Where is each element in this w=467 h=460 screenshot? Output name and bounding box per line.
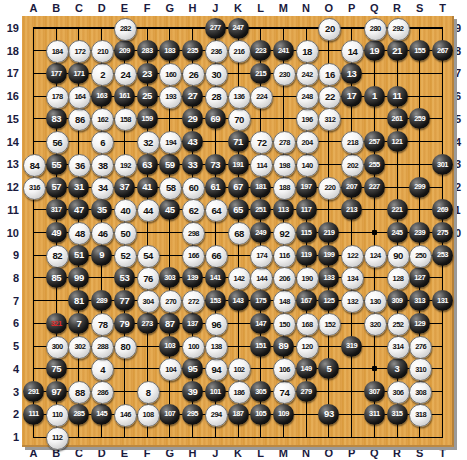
move-number: 109 bbox=[278, 410, 289, 418]
move-number: 300 bbox=[52, 343, 63, 351]
move-number: 291 bbox=[28, 388, 39, 396]
move-number: 215 bbox=[255, 70, 266, 78]
move-number: 134 bbox=[347, 275, 358, 283]
move-number: 177 bbox=[51, 70, 62, 78]
column-label-M: M bbox=[273, 1, 293, 15]
move-number: 162 bbox=[97, 116, 108, 124]
move-number: 132 bbox=[347, 298, 358, 306]
stone-M18: 241 bbox=[273, 40, 294, 61]
stone-R7: 309 bbox=[387, 290, 408, 311]
move-number: 314 bbox=[392, 343, 403, 351]
stone-H2: 295 bbox=[182, 404, 203, 425]
move-number: 245 bbox=[391, 229, 402, 237]
move-number: 298 bbox=[188, 230, 199, 238]
move-number: 133 bbox=[323, 274, 334, 282]
column-label-M: M bbox=[273, 446, 293, 460]
move-number: 273 bbox=[142, 320, 153, 328]
move-number: 261 bbox=[391, 115, 402, 123]
stone-H5: 100 bbox=[182, 336, 205, 359]
move-number: 315 bbox=[391, 410, 402, 418]
move-number: 65 bbox=[233, 205, 243, 215]
move-number: 184 bbox=[52, 48, 63, 56]
move-number: 74 bbox=[280, 388, 290, 398]
stone-J16: 28 bbox=[205, 86, 228, 109]
stone-N4: 149 bbox=[296, 358, 317, 379]
move-number: 209 bbox=[119, 47, 130, 55]
move-number: 218 bbox=[347, 139, 358, 147]
move-number: 115 bbox=[301, 229, 312, 237]
move-number: 7 bbox=[76, 319, 81, 329]
move-number: 160 bbox=[165, 71, 176, 79]
move-number: 95 bbox=[188, 364, 198, 374]
column-label-E: E bbox=[114, 446, 134, 460]
move-number: 275 bbox=[437, 229, 448, 237]
stone-N10: 115 bbox=[296, 222, 317, 243]
move-number: 127 bbox=[414, 274, 425, 282]
column-label-O: O bbox=[319, 1, 339, 15]
move-number: 38 bbox=[98, 161, 108, 171]
move-number: 267 bbox=[437, 47, 448, 55]
move-number: 1 bbox=[372, 91, 377, 101]
stone-N13: 140 bbox=[296, 154, 319, 177]
stone-G12: 58 bbox=[159, 177, 182, 200]
row-label-left-9: 9 bbox=[1, 248, 19, 262]
stone-H13: 33 bbox=[182, 154, 203, 175]
move-number: 277 bbox=[210, 24, 221, 32]
stone-H10: 298 bbox=[182, 222, 205, 245]
row-label-left-13: 13 bbox=[1, 157, 19, 171]
column-label-P: P bbox=[342, 1, 362, 15]
stone-S2: 318 bbox=[409, 404, 432, 427]
stone-Q16: 1 bbox=[364, 86, 385, 107]
move-number: 223 bbox=[255, 47, 266, 55]
stone-Q14: 257 bbox=[364, 131, 385, 152]
stone-E9: 52 bbox=[114, 245, 137, 268]
stone-N5: 120 bbox=[296, 336, 319, 359]
move-number: 152 bbox=[324, 321, 335, 329]
move-number: 302 bbox=[74, 343, 85, 351]
move-number: 103 bbox=[164, 342, 175, 350]
stone-O2: 93 bbox=[318, 404, 339, 425]
stone-N17: 242 bbox=[296, 63, 319, 86]
move-number: 183 bbox=[164, 47, 175, 55]
move-number: 129 bbox=[414, 320, 425, 328]
move-number: 97 bbox=[51, 387, 61, 397]
move-number: 143 bbox=[232, 297, 243, 305]
move-number: 128 bbox=[392, 275, 403, 283]
stone-B4: 75 bbox=[46, 358, 67, 379]
move-number: 310 bbox=[415, 366, 426, 374]
move-number: 312 bbox=[324, 116, 335, 124]
stone-D5: 288 bbox=[91, 336, 114, 359]
column-label-K: K bbox=[228, 1, 248, 15]
move-number: 318 bbox=[415, 411, 426, 419]
move-number: 76 bbox=[143, 274, 153, 284]
move-number: 31 bbox=[74, 182, 84, 192]
stone-B3: 97 bbox=[46, 381, 67, 402]
move-number: 41 bbox=[142, 182, 152, 192]
move-number: 207 bbox=[346, 183, 357, 191]
move-number: 144 bbox=[256, 275, 267, 283]
column-label-N: N bbox=[296, 446, 316, 460]
move-number: 51 bbox=[74, 250, 84, 260]
column-label-G: G bbox=[160, 1, 180, 15]
stone-H16: 27 bbox=[182, 86, 203, 107]
stone-C2: 285 bbox=[68, 404, 89, 425]
stone-R18: 21 bbox=[387, 40, 408, 61]
move-number: 251 bbox=[255, 206, 266, 214]
row-label-left-7: 7 bbox=[1, 294, 19, 308]
stone-L2: 105 bbox=[250, 404, 271, 425]
stone-P16: 17 bbox=[341, 86, 362, 107]
move-number: 100 bbox=[188, 343, 199, 351]
move-number: 313 bbox=[414, 297, 425, 305]
stone-B11: 317 bbox=[46, 199, 67, 220]
move-number: 252 bbox=[392, 321, 403, 329]
stone-N18: 18 bbox=[296, 40, 319, 63]
move-number: 241 bbox=[278, 47, 289, 55]
stone-G5: 103 bbox=[159, 336, 180, 357]
move-number: 46 bbox=[98, 229, 108, 239]
stone-B8: 85 bbox=[46, 267, 67, 288]
move-number: 78 bbox=[98, 320, 108, 330]
move-number: 236 bbox=[211, 48, 222, 56]
stone-F8: 76 bbox=[137, 267, 160, 290]
stone-K19: 247 bbox=[228, 18, 249, 39]
stone-L5: 151 bbox=[250, 336, 271, 357]
stone-J11: 64 bbox=[205, 199, 228, 222]
move-number: 239 bbox=[414, 229, 425, 237]
stone-J19: 277 bbox=[205, 18, 226, 39]
move-number: 272 bbox=[188, 298, 199, 306]
move-number: 199 bbox=[323, 251, 334, 259]
row-label-left-14: 14 bbox=[1, 135, 19, 149]
stone-R3: 306 bbox=[387, 381, 410, 404]
stone-K11: 65 bbox=[228, 199, 249, 220]
move-number: 158 bbox=[120, 116, 131, 124]
move-number: 151 bbox=[255, 342, 266, 350]
move-number: 125 bbox=[323, 297, 334, 305]
move-number: 117 bbox=[301, 206, 312, 214]
move-number: 250 bbox=[415, 252, 426, 260]
move-number: 108 bbox=[143, 411, 154, 419]
column-label-T: T bbox=[433, 446, 453, 460]
move-number: 197 bbox=[301, 183, 312, 191]
stone-H3: 39 bbox=[182, 381, 203, 402]
move-number: 111 bbox=[28, 410, 38, 418]
stone-N14: 204 bbox=[296, 131, 319, 154]
move-number: 146 bbox=[120, 411, 131, 419]
move-number: 294 bbox=[211, 411, 222, 419]
move-number: 58 bbox=[166, 183, 176, 193]
move-number: 148 bbox=[279, 298, 290, 306]
stone-J17: 30 bbox=[205, 63, 228, 86]
move-number: 283 bbox=[142, 47, 153, 55]
move-number: 101 bbox=[210, 388, 221, 396]
move-number: 37 bbox=[120, 182, 130, 192]
move-number: 69 bbox=[211, 114, 221, 124]
move-number: 16 bbox=[325, 70, 335, 80]
move-number: 48 bbox=[75, 229, 85, 239]
stone-B17: 177 bbox=[46, 63, 67, 84]
stone-M6: 150 bbox=[273, 313, 296, 336]
stone-Q9: 124 bbox=[364, 245, 387, 268]
stone-F18: 283 bbox=[137, 40, 158, 61]
column-label-G: G bbox=[160, 446, 180, 460]
column-label-T: T bbox=[433, 1, 453, 15]
move-number: 19 bbox=[370, 46, 380, 56]
move-number: 72 bbox=[257, 138, 267, 148]
move-number: 21 bbox=[392, 46, 402, 56]
stone-F17: 23 bbox=[137, 63, 158, 84]
row-label-left-6: 6 bbox=[1, 316, 19, 330]
move-number: 188 bbox=[279, 184, 290, 192]
move-number: 190 bbox=[302, 275, 313, 283]
go-kifu-viewer: { "game": "go", "board": { "size": 19, "… bbox=[0, 0, 467, 460]
move-number: 83 bbox=[51, 114, 61, 124]
stone-H6: 137 bbox=[182, 313, 203, 334]
stone-E17: 24 bbox=[114, 63, 137, 86]
stone-K12: 67 bbox=[228, 177, 249, 198]
stone-J12: 61 bbox=[205, 177, 226, 198]
move-number: 90 bbox=[393, 251, 403, 261]
stone-Q2: 311 bbox=[364, 404, 385, 425]
move-number: 88 bbox=[75, 388, 85, 398]
move-number: 24 bbox=[121, 70, 131, 80]
move-number: 106 bbox=[279, 366, 290, 374]
stone-R2: 315 bbox=[387, 404, 408, 425]
column-label-R: R bbox=[387, 1, 407, 15]
column-label-Q: Q bbox=[364, 446, 384, 460]
move-number: 311 bbox=[369, 410, 380, 418]
column-label-F: F bbox=[137, 446, 157, 460]
column-label-N: N bbox=[296, 1, 316, 15]
move-number: 20 bbox=[325, 24, 335, 34]
stone-P12: 207 bbox=[341, 177, 362, 198]
go-board[interactable]: 1234567891113141617181920212223242526272… bbox=[22, 16, 454, 447]
stone-L17: 215 bbox=[250, 63, 271, 84]
stone-K10: 68 bbox=[228, 222, 251, 245]
move-number: 202 bbox=[347, 162, 358, 170]
stone-M3: 74 bbox=[273, 381, 296, 404]
stone-N11: 117 bbox=[296, 199, 317, 220]
move-number: 49 bbox=[51, 228, 61, 238]
move-number: 14 bbox=[348, 47, 358, 57]
stone-B12: 57 bbox=[46, 177, 67, 198]
stone-E13: 192 bbox=[114, 154, 137, 177]
stone-H7: 272 bbox=[182, 290, 205, 313]
stone-K16: 136 bbox=[228, 86, 251, 109]
stone-N7: 167 bbox=[296, 290, 317, 311]
stone-D12: 34 bbox=[91, 177, 114, 200]
move-number: 141 bbox=[210, 274, 221, 282]
stone-J9: 66 bbox=[205, 245, 228, 268]
stone-N16: 248 bbox=[296, 86, 319, 109]
move-number: 55 bbox=[51, 160, 61, 170]
move-number: 56 bbox=[52, 138, 62, 148]
stone-B6: 321 bbox=[46, 313, 67, 334]
move-number: 178 bbox=[52, 93, 63, 101]
move-number: 28 bbox=[212, 92, 222, 102]
stone-M7: 148 bbox=[273, 290, 296, 313]
column-label-J: J bbox=[205, 1, 225, 15]
move-number: 62 bbox=[189, 206, 199, 216]
column-label-Q: Q bbox=[364, 1, 384, 15]
move-number: 186 bbox=[233, 389, 244, 397]
stone-J6: 96 bbox=[205, 313, 228, 336]
stone-T7: 131 bbox=[432, 290, 453, 311]
move-number: 149 bbox=[301, 365, 312, 373]
move-number: 220 bbox=[324, 184, 335, 192]
move-number: 2 bbox=[100, 70, 105, 80]
move-number: 9 bbox=[99, 250, 104, 260]
move-number: 79 bbox=[120, 319, 130, 329]
stone-B10: 49 bbox=[46, 222, 67, 243]
stone-S12: 299 bbox=[409, 177, 430, 198]
stone-S6: 129 bbox=[409, 313, 430, 334]
move-number: 82 bbox=[52, 251, 62, 261]
move-number: 136 bbox=[233, 93, 244, 101]
move-number: 259 bbox=[414, 115, 425, 123]
stone-H12: 60 bbox=[182, 177, 205, 200]
move-number: 166 bbox=[188, 252, 199, 260]
stone-O16: 22 bbox=[318, 86, 341, 109]
stone-B9: 82 bbox=[46, 245, 69, 268]
move-number: 198 bbox=[279, 162, 290, 170]
column-label-S: S bbox=[410, 446, 430, 460]
stone-F7: 304 bbox=[137, 290, 160, 313]
move-number: 11 bbox=[392, 91, 401, 101]
column-label-L: L bbox=[251, 446, 271, 460]
stone-J5: 138 bbox=[205, 336, 228, 359]
move-number: 32 bbox=[143, 138, 153, 148]
move-number: 60 bbox=[189, 183, 199, 193]
move-number: 174 bbox=[256, 252, 267, 260]
move-number: 61 bbox=[211, 182, 221, 192]
move-number: 288 bbox=[97, 343, 108, 351]
stone-L9: 174 bbox=[250, 245, 273, 268]
move-number: 150 bbox=[279, 321, 290, 329]
row-label-left-8: 8 bbox=[1, 271, 19, 285]
move-number: 124 bbox=[370, 252, 381, 260]
stone-L6: 147 bbox=[250, 313, 271, 334]
stone-B15: 83 bbox=[46, 108, 67, 129]
move-number: 285 bbox=[73, 410, 84, 418]
stone-P13: 202 bbox=[341, 154, 364, 177]
row-label-left-10: 10 bbox=[1, 226, 19, 240]
row-label-left-15: 15 bbox=[1, 112, 19, 126]
move-number: 17 bbox=[347, 91, 357, 101]
move-number: 29 bbox=[188, 114, 198, 124]
move-number: 161 bbox=[119, 92, 130, 100]
column-label-R: R bbox=[387, 446, 407, 460]
move-number: 80 bbox=[121, 342, 131, 352]
move-number: 121 bbox=[391, 138, 402, 146]
move-number: 104 bbox=[165, 366, 176, 374]
move-number: 317 bbox=[51, 206, 62, 214]
stone-Q19: 280 bbox=[364, 18, 387, 41]
stone-H9: 166 bbox=[182, 245, 205, 268]
column-label-B: B bbox=[46, 1, 66, 15]
move-number: 227 bbox=[369, 183, 380, 191]
move-number: 307 bbox=[369, 388, 380, 396]
move-number: 248 bbox=[302, 93, 313, 101]
hoshi-point bbox=[372, 230, 377, 235]
stone-J3: 101 bbox=[205, 381, 226, 402]
stone-R6: 252 bbox=[387, 313, 410, 336]
move-number: 137 bbox=[187, 320, 198, 328]
stone-T10: 275 bbox=[432, 222, 453, 243]
move-number: 282 bbox=[120, 25, 131, 33]
stone-A12: 316 bbox=[23, 177, 46, 200]
stone-R9: 90 bbox=[387, 245, 410, 268]
move-number: 316 bbox=[29, 184, 40, 192]
stone-M13: 198 bbox=[273, 154, 296, 177]
row-label-left-12: 12 bbox=[1, 180, 19, 194]
row-label-left-4: 4 bbox=[1, 362, 19, 376]
move-number: 87 bbox=[165, 319, 175, 329]
stone-L16: 224 bbox=[250, 86, 273, 109]
stone-R5: 314 bbox=[387, 336, 410, 359]
stone-F3: 8 bbox=[137, 381, 160, 404]
move-number: 4 bbox=[100, 365, 105, 375]
move-number: 94 bbox=[212, 365, 222, 375]
move-number: 6 bbox=[100, 138, 105, 148]
move-number: 39 bbox=[188, 387, 198, 397]
move-number: 139 bbox=[187, 274, 198, 282]
move-number: 191 bbox=[232, 161, 243, 169]
stone-G2: 107 bbox=[159, 404, 180, 425]
move-number: 295 bbox=[187, 410, 198, 418]
stone-D16: 163 bbox=[91, 86, 112, 107]
move-number: 279 bbox=[301, 388, 312, 396]
move-number: 3 bbox=[395, 364, 400, 374]
move-number: 242 bbox=[302, 71, 313, 79]
move-number: 105 bbox=[255, 410, 266, 418]
row-label-left-19: 19 bbox=[1, 21, 19, 35]
stone-B16: 178 bbox=[46, 86, 69, 109]
stone-M9: 116 bbox=[273, 245, 296, 268]
move-number: 71 bbox=[233, 137, 243, 147]
move-number: 35 bbox=[97, 205, 107, 215]
move-number: 164 bbox=[74, 93, 85, 101]
stone-D17: 2 bbox=[91, 63, 114, 86]
stone-M14: 278 bbox=[273, 131, 296, 154]
move-number: 57 bbox=[51, 182, 61, 192]
move-number: 171 bbox=[73, 70, 84, 78]
move-number: 175 bbox=[255, 297, 266, 305]
move-number: 131 bbox=[437, 297, 448, 305]
move-number: 96 bbox=[212, 320, 222, 330]
stone-E12: 37 bbox=[114, 177, 135, 198]
move-number: 278 bbox=[279, 139, 290, 147]
move-number: 110 bbox=[52, 411, 63, 419]
move-number: 206 bbox=[279, 275, 290, 283]
stone-K2: 187 bbox=[228, 404, 249, 425]
move-number: 107 bbox=[164, 410, 175, 418]
move-number: 153 bbox=[210, 297, 221, 305]
stone-D6: 78 bbox=[91, 313, 114, 336]
move-number: 53 bbox=[120, 273, 130, 283]
move-number: 213 bbox=[346, 206, 357, 214]
move-number: 192 bbox=[120, 162, 131, 170]
stone-E2: 146 bbox=[114, 404, 137, 427]
row-label-left-5: 5 bbox=[1, 339, 19, 353]
stone-O12: 220 bbox=[318, 177, 341, 200]
move-number: 140 bbox=[302, 162, 313, 170]
stone-Q7: 130 bbox=[364, 290, 387, 313]
stone-A13: 84 bbox=[23, 154, 46, 177]
